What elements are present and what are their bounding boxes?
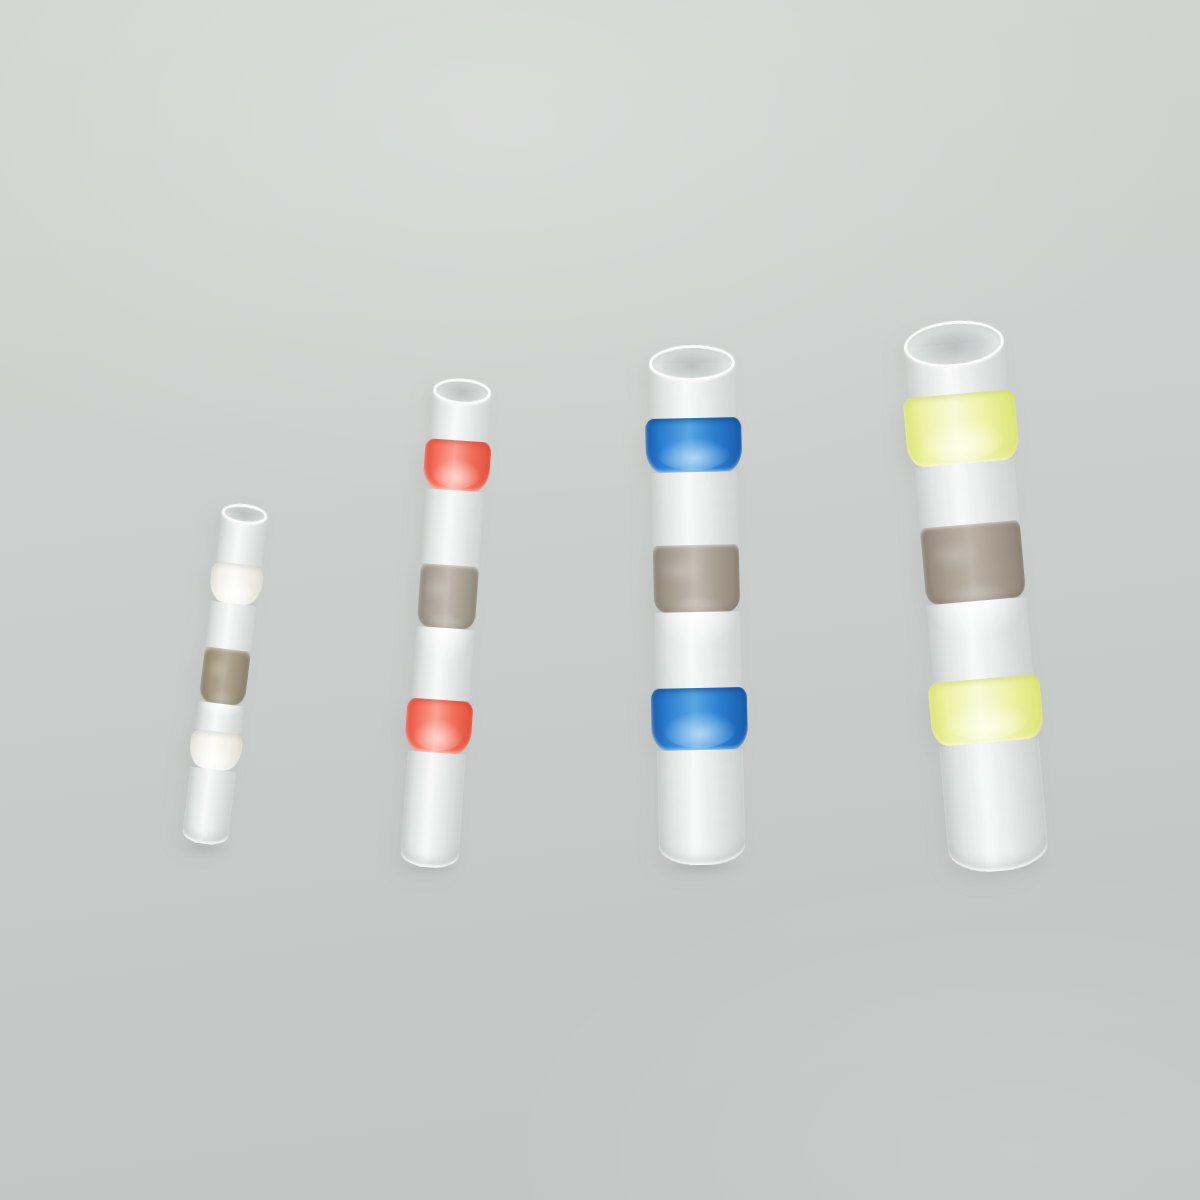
tube-segment-lower-mid xyxy=(654,611,742,689)
connector-yellow xyxy=(902,317,1050,876)
flux-ring-top xyxy=(645,417,742,473)
flux-ring-bottom xyxy=(187,728,243,772)
connector-blue xyxy=(649,344,746,866)
flux-ring-bottom xyxy=(927,674,1044,748)
tube-segment-upper-mid xyxy=(651,471,739,546)
tube-segment-upper-mid xyxy=(421,488,484,567)
solder-band xyxy=(653,544,740,613)
scene xyxy=(0,0,1200,1200)
flux-ring-top xyxy=(208,561,264,607)
flux-ring-bottom xyxy=(404,698,474,755)
flux-ring-top xyxy=(422,438,491,492)
flux-ring-top xyxy=(903,389,1021,468)
tube-segment-lower-mid xyxy=(927,597,1033,683)
tube-segment-bottom xyxy=(400,751,466,870)
tube-segment-bottom xyxy=(181,766,236,846)
flux-ring-bottom xyxy=(651,687,748,751)
connector-white xyxy=(181,501,268,846)
tube-segment-bottom xyxy=(657,749,745,866)
tube-segment-bottom xyxy=(939,738,1050,875)
solder-band xyxy=(199,646,251,706)
connector-red xyxy=(400,377,492,870)
tube-segment-lower-mid xyxy=(412,626,475,702)
tube-segment-upper-mid xyxy=(915,459,1020,528)
tube-segment-upper-mid xyxy=(205,601,256,652)
solder-band xyxy=(920,520,1026,605)
solder-band xyxy=(417,563,479,630)
